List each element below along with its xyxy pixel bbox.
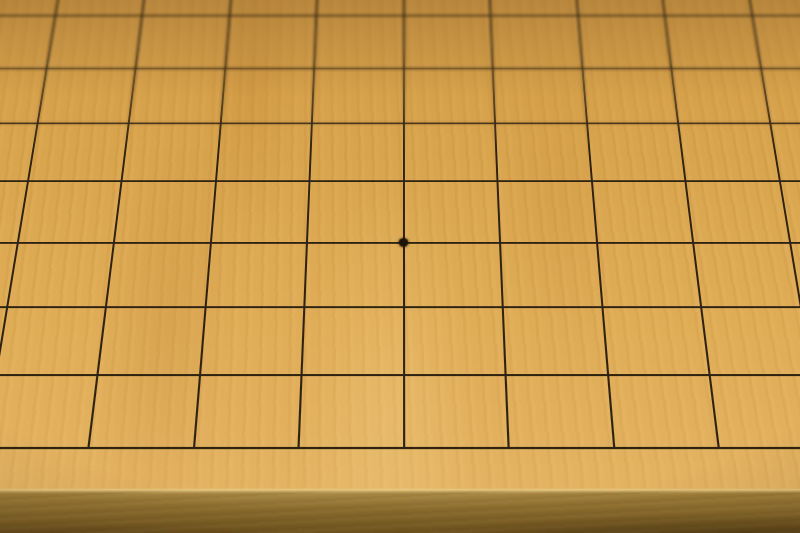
grid-cell — [198, 306, 303, 374]
grid-cell — [663, 15, 759, 67]
star-point — [398, 239, 407, 247]
grid-cell — [677, 123, 778, 181]
grid-cell — [590, 181, 692, 242]
grid-cell — [96, 306, 204, 374]
grid-cell — [134, 15, 228, 67]
grid-cell — [491, 68, 585, 123]
grid-cell — [219, 68, 313, 123]
grid-cell — [310, 68, 402, 123]
grid-cell — [402, 375, 507, 447]
grid-cell — [504, 375, 612, 447]
grid-cell — [606, 375, 717, 447]
grid-cell — [209, 181, 308, 242]
grid-cell — [581, 68, 677, 123]
grid-cell — [402, 68, 494, 123]
grid-cell — [657, 0, 750, 15]
grid-cell — [45, 15, 141, 67]
grid-cell — [315, 0, 402, 15]
grid-cell — [36, 68, 134, 123]
grid-cell — [104, 242, 209, 307]
grid-cell — [297, 375, 402, 447]
front-margin-cell — [507, 447, 616, 491]
grid-cell — [192, 375, 300, 447]
grid-cell — [0, 375, 96, 447]
grid-cell — [684, 181, 788, 242]
grid-cell — [742, 0, 800, 15]
grid-cell — [26, 123, 127, 181]
grid-cell — [300, 306, 402, 374]
go-board-surface[interactable] — [0, 0, 800, 491]
front-margin-cell — [402, 447, 509, 491]
grid-cell — [576, 15, 670, 67]
grid-cell — [691, 242, 798, 307]
grid-cell — [494, 123, 590, 181]
front-margin-cell — [717, 447, 800, 491]
grid-cell — [223, 15, 314, 67]
grid-cell — [402, 181, 498, 242]
front-margin-cell — [295, 447, 402, 491]
grid-cell — [214, 123, 310, 181]
grid-cell — [5, 242, 112, 307]
grid-cell — [498, 242, 600, 307]
grid-cell — [308, 123, 402, 181]
grid-cell — [501, 306, 606, 374]
front-margin-cell — [0, 447, 87, 491]
grid-cell — [402, 15, 491, 67]
grid-cell — [402, 0, 489, 15]
front-margin-cell — [188, 447, 297, 491]
grid-cell — [700, 306, 800, 374]
grid-cell — [402, 306, 504, 374]
grid-cell — [306, 181, 402, 242]
grid-cell — [402, 123, 496, 181]
grid-cell — [0, 306, 104, 374]
grid-cell — [228, 0, 317, 15]
board-front-edge — [0, 489, 800, 533]
front-margin-cell — [612, 447, 723, 491]
edge-highlight — [0, 489, 800, 493]
grid-cell — [750, 15, 800, 67]
grid-cell — [120, 123, 219, 181]
grid-cell — [204, 242, 306, 307]
grid-cell — [16, 181, 120, 242]
goban-photo — [0, 0, 800, 533]
grid-cell — [670, 68, 768, 123]
grid-cell — [585, 123, 684, 181]
grid-cell — [572, 0, 663, 15]
grid-cell — [0, 0, 62, 15]
grid-cell — [595, 242, 700, 307]
grid-cell — [113, 181, 215, 242]
grid-cell — [496, 181, 595, 242]
grid-cell — [600, 306, 708, 374]
grid-cell — [87, 375, 198, 447]
grid-cell — [487, 0, 576, 15]
grid-cell — [402, 242, 501, 307]
grid-cell — [313, 15, 402, 67]
grid-cell — [141, 0, 232, 15]
front-margin-cell — [81, 447, 192, 491]
grid-cell — [303, 242, 402, 307]
grid-cell — [127, 68, 223, 123]
grid-cell — [54, 0, 147, 15]
grid-cell — [489, 15, 580, 67]
grid-cell — [708, 375, 800, 447]
